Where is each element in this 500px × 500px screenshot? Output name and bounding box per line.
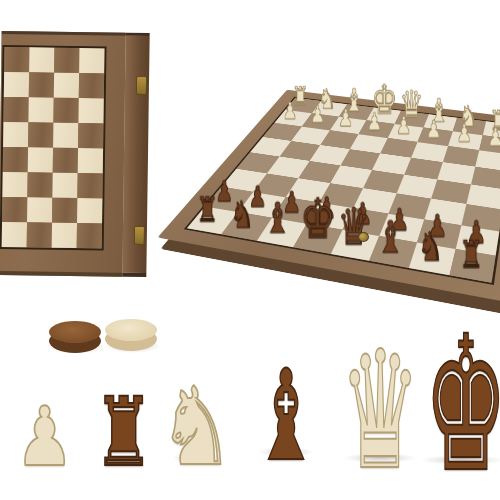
box-square bbox=[27, 172, 52, 197]
checker-disc-light bbox=[105, 319, 157, 351]
board-square: ♞ bbox=[409, 242, 456, 275]
box-square bbox=[78, 123, 103, 148]
chess-piece-black: ♝ bbox=[264, 197, 292, 239]
box-square bbox=[52, 173, 77, 198]
closed-box-side-panel bbox=[122, 33, 149, 277]
box-square bbox=[2, 197, 27, 222]
box-square bbox=[29, 47, 54, 72]
box-square bbox=[77, 223, 102, 248]
chess-piece-black: ♜ bbox=[456, 236, 486, 274]
board-square bbox=[431, 180, 471, 204]
box-square bbox=[77, 173, 102, 198]
closed-chess-box bbox=[0, 31, 150, 277]
box-square bbox=[79, 48, 104, 73]
brass-hinge-icon bbox=[134, 226, 145, 245]
board-square: ♚ bbox=[293, 224, 342, 254]
chess-piece-black: ♛ bbox=[338, 202, 367, 253]
box-square bbox=[53, 148, 78, 173]
lineup-dark-king: ♚ bbox=[382, 311, 500, 498]
box-square bbox=[78, 148, 103, 173]
chess-piece-white: ♟ bbox=[393, 113, 415, 137]
chess-piece-black: ♜ bbox=[194, 193, 221, 227]
chess-piece-white: ♟ bbox=[423, 117, 445, 141]
chess-piece-white: ♟ bbox=[453, 121, 475, 145]
board-square: ♜ bbox=[450, 249, 496, 283]
box-square bbox=[3, 147, 28, 172]
box-square bbox=[2, 222, 27, 247]
brass-hinge-icon bbox=[136, 76, 147, 95]
box-square bbox=[52, 198, 77, 223]
checker-top bbox=[49, 321, 101, 343]
box-square bbox=[3, 122, 28, 147]
checker-top bbox=[105, 319, 157, 341]
box-square bbox=[3, 97, 28, 122]
product-photo-scene: ♜♞♝♚♛♝♞♜♟♟♟♟♟♟♟♟♟♟♟♟♟♟♟♟♜♞♝♚♛♝♞♜ ♟♜♞♝♛♚ bbox=[0, 0, 500, 500]
chess-piece-black: ♚ bbox=[300, 191, 328, 246]
closed-box-checkered-face bbox=[0, 31, 126, 277]
closed-box-grid bbox=[0, 45, 107, 250]
box-square bbox=[28, 147, 53, 172]
chess-piece-white: ♟ bbox=[484, 125, 500, 150]
box-square bbox=[2, 172, 27, 197]
box-square bbox=[53, 123, 78, 148]
box-square bbox=[54, 73, 79, 98]
open-chess-board: ♜♞♝♚♛♝♞♜♟♟♟♟♟♟♟♟♟♟♟♟♟♟♟♟♜♞♝♚♛♝♞♜ bbox=[222, 20, 500, 320]
brass-latch-icon bbox=[358, 232, 369, 242]
board-square bbox=[411, 142, 448, 162]
box-square bbox=[27, 222, 52, 247]
box-square bbox=[52, 223, 77, 248]
open-board-3d: ♜♞♝♚♛♝♞♜♟♟♟♟♟♟♟♟♟♟♟♟♟♟♟♟♜♞♝♚♛♝♞♜ bbox=[158, 90, 500, 303]
chess-piece-black: ♞ bbox=[416, 227, 445, 267]
chess-piece-black: ♝ bbox=[376, 216, 405, 260]
box-square bbox=[79, 73, 104, 98]
box-square bbox=[4, 72, 29, 97]
box-square bbox=[28, 97, 53, 122]
chess-piece-white: ♟ bbox=[280, 99, 301, 122]
box-square bbox=[29, 72, 54, 97]
box-square bbox=[77, 198, 102, 223]
box-square bbox=[53, 98, 78, 123]
box-square bbox=[78, 98, 103, 123]
chess-piece-white: ♟ bbox=[364, 110, 386, 134]
chess-piece-white: ♟ bbox=[307, 103, 328, 126]
checker-disc-dark bbox=[49, 321, 101, 353]
box-square bbox=[27, 197, 52, 222]
box-square bbox=[54, 48, 79, 73]
chess-piece-white: ♟ bbox=[335, 106, 356, 129]
box-square bbox=[28, 122, 53, 147]
king-glyph: ♚ bbox=[424, 311, 500, 498]
chess-piece-black: ♞ bbox=[228, 196, 255, 233]
box-square bbox=[4, 47, 29, 72]
